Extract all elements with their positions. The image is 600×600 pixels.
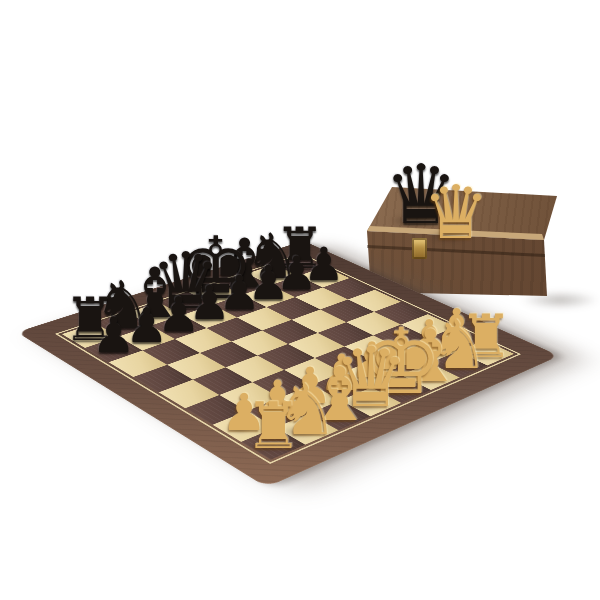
- white-rook-a1[interactable]: ♜: [244, 394, 301, 458]
- black-pawn-a7[interactable]: ♟: [92, 311, 136, 360]
- chess-set-scene: ♜♞♝♛♚♝♞♜♟♟♟♟♟♟♟♟♟♟♟♟♟♟♟♟♜♞♝♛♚♝♞♜♛♛: [0, 0, 600, 600]
- white-queen-spare[interactable]: ♛: [423, 175, 489, 249]
- pieces-layer: ♜♞♝♛♚♝♞♜♟♟♟♟♟♟♟♟♟♟♟♟♟♟♟♟♜♞♝♛♚♝♞♜♛♛: [0, 0, 600, 600]
